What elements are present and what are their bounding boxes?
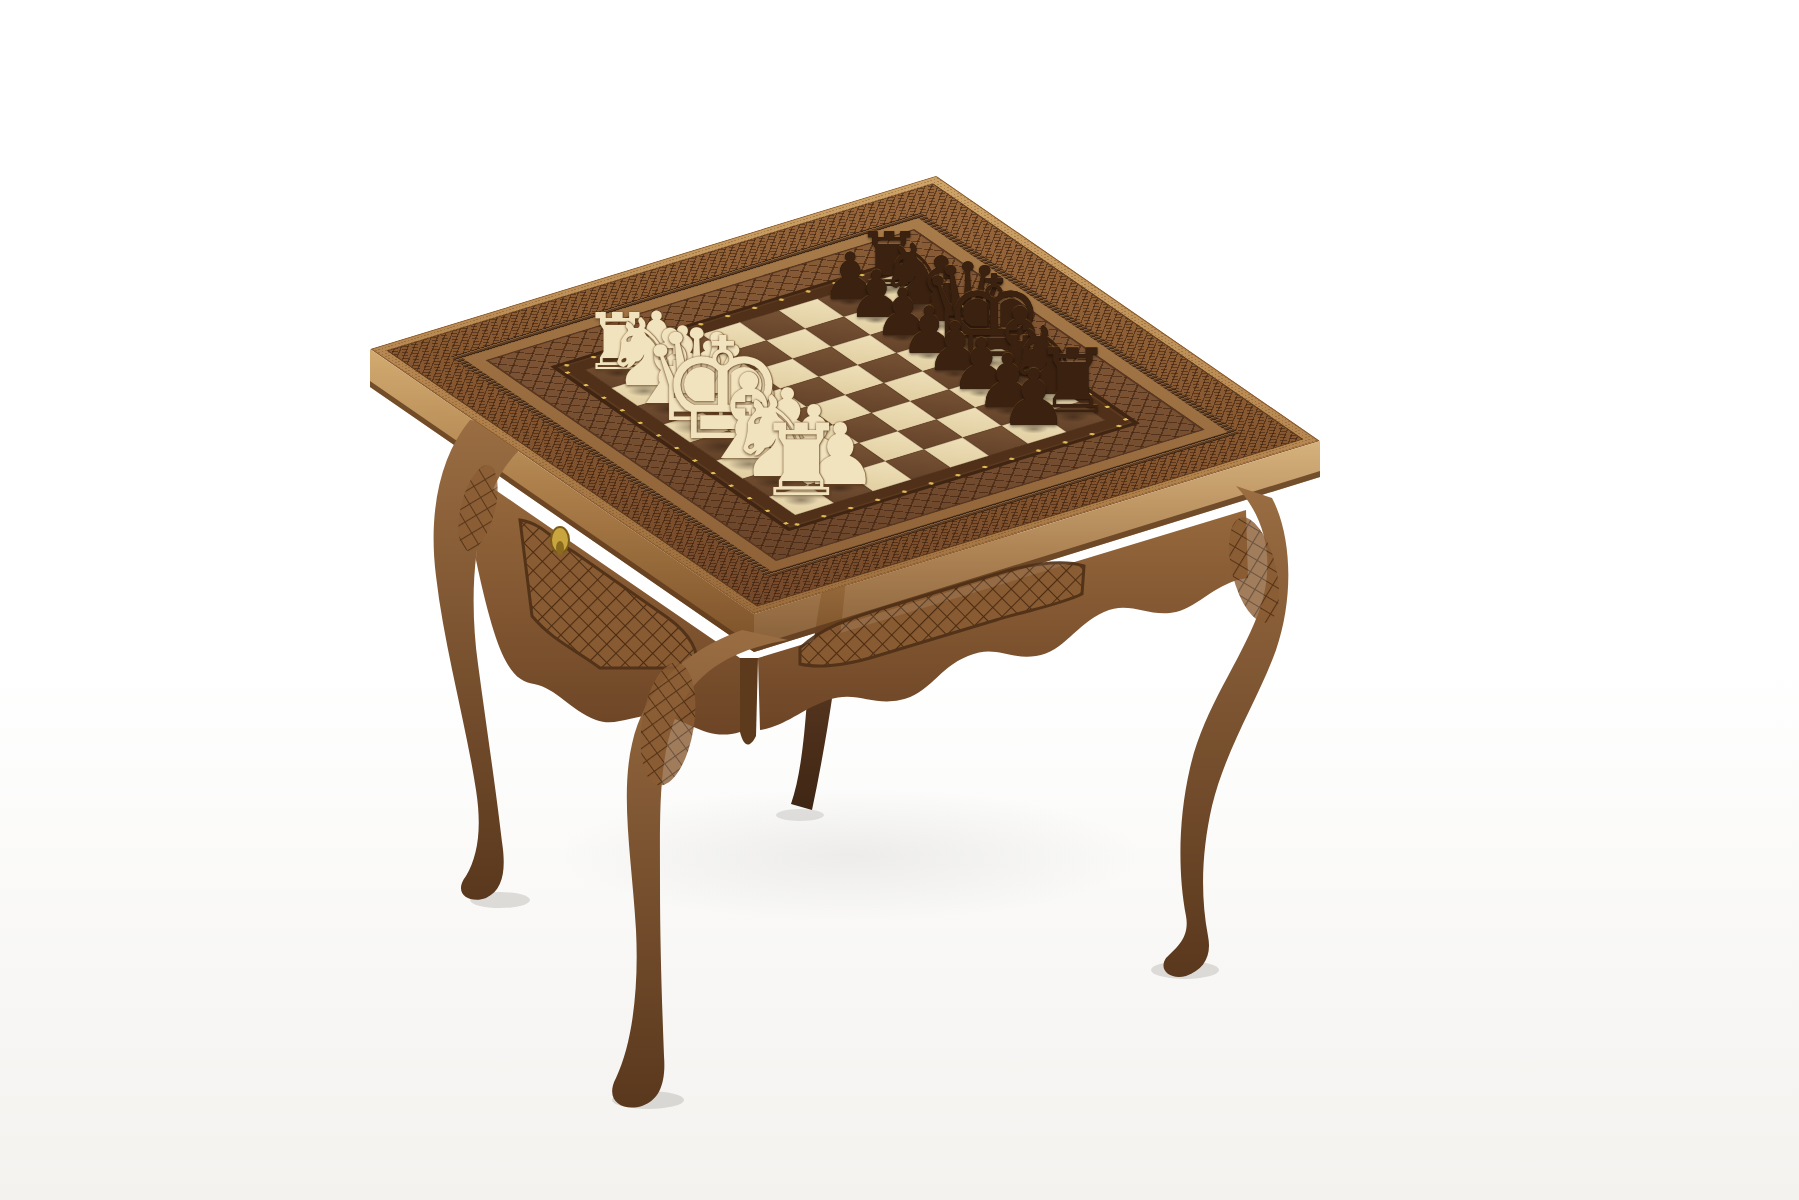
pawn-glyph: ♟: [999, 359, 1069, 437]
table-undercarriage: [0, 0, 1799, 1200]
drawer-pull[interactable]: [551, 527, 569, 555]
foot-shadow: [776, 809, 824, 821]
apron-pendant: [740, 658, 758, 745]
chess-table-photo: ♜♟♞♟♝♟♛♟♟♚♜♟♟♝♞♟♟♞♝♟♟♜♛♟♟♚♟♝♟♞♟♜: [0, 0, 1799, 1200]
rook-glyph: ♜: [757, 411, 846, 510]
